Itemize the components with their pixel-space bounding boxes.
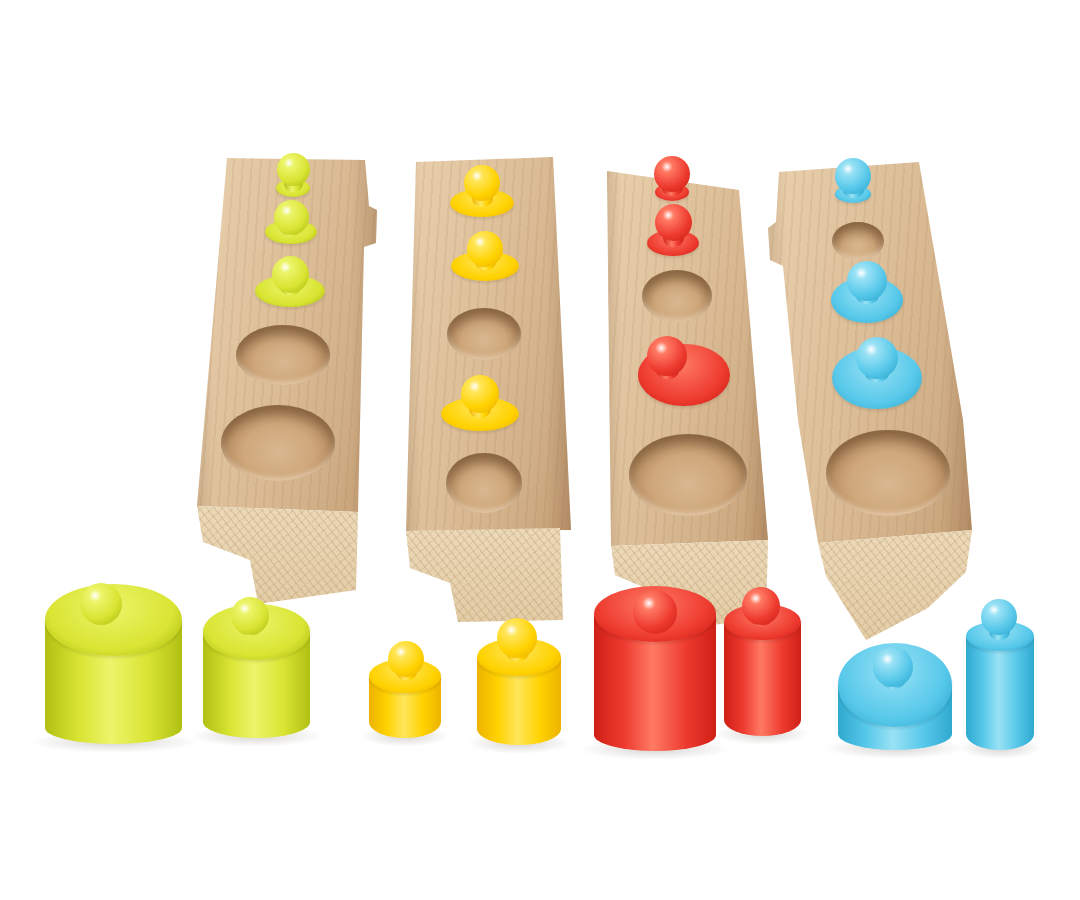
green-socket-2-knob-ball [274, 200, 309, 235]
red-socket-1-knob-ball [654, 156, 690, 192]
green-socket-3-knob-ball [272, 256, 309, 293]
red-socket-2-knob-ball [655, 204, 692, 241]
yellow-medium-knob-ball [497, 618, 537, 658]
green-large-knob-ball [80, 583, 122, 625]
red-socket-3-empty-hole [642, 270, 712, 322]
blue-socket-2-empty-hole [832, 222, 884, 260]
yellow-socket-3-empty-hole [447, 308, 521, 360]
yellow-socket-4-knob-ball [461, 375, 499, 413]
blue-socket-3-knob-ball [847, 261, 887, 301]
yellow-socket-5-empty-hole [446, 453, 522, 513]
red-socket-4-knob-ball [647, 336, 687, 376]
blue-tall-knob-ball [981, 599, 1017, 635]
red-socket-5-empty-hole [629, 434, 747, 516]
green-medium-knob-ball [231, 597, 269, 635]
cylinder-block-blue-end-face [818, 530, 972, 640]
yellow-socket-1-knob-ball [464, 165, 500, 201]
yellow-small-knob-ball [388, 641, 424, 677]
product-photo-scene [0, 0, 1080, 900]
red-large-knob-ball [633, 590, 677, 634]
green-socket-4-empty-hole [236, 325, 330, 385]
blue-socket-4-knob-ball [856, 337, 898, 379]
blue-socket-1-knob-ball [835, 158, 871, 194]
cylinder-block-green-end-face [197, 506, 358, 604]
red-medium-knob-ball [742, 587, 780, 625]
blue-tall-cylinder-body [966, 636, 1034, 750]
blue-socket-5-empty-hole [826, 430, 950, 516]
cylinder-block-yellow-end-face [406, 528, 563, 622]
green-socket-5-empty-hole [221, 405, 335, 481]
yellow-socket-2-knob-ball [467, 231, 503, 267]
green-socket-1-knob-ball [277, 153, 310, 186]
blue-wide-knob-ball [873, 647, 913, 687]
